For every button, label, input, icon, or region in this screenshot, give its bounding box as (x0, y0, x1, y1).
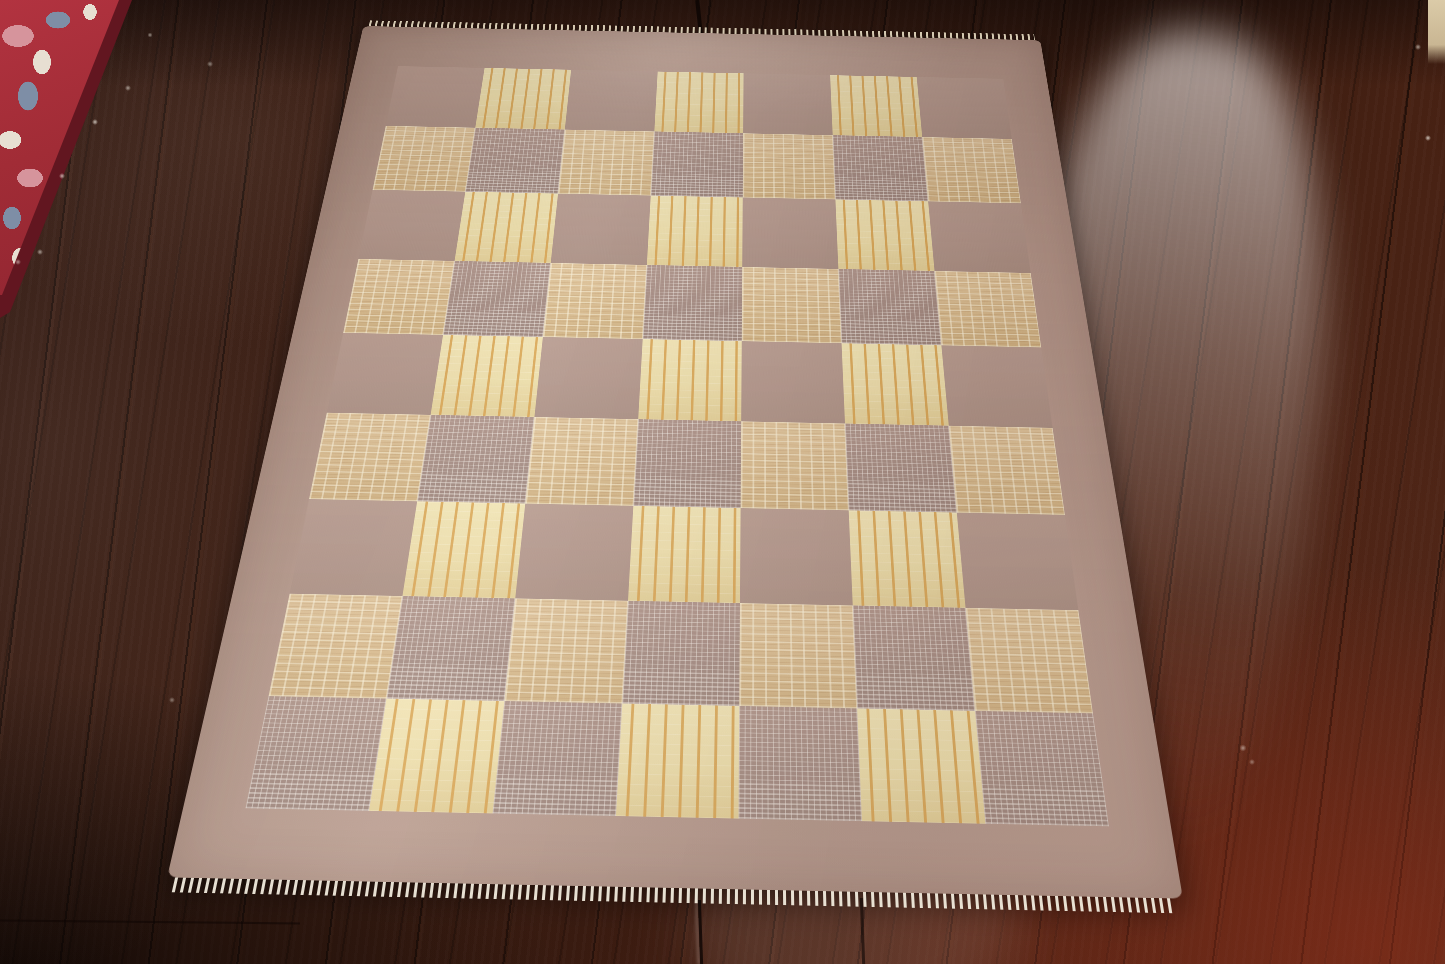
rug-square-r4c7 (935, 271, 1042, 348)
rug-square-r6c7 (949, 426, 1065, 515)
rug-square-r3c1 (358, 190, 465, 261)
rug-square-r7c2 (402, 502, 525, 599)
rug-square-r3c2 (454, 192, 557, 263)
rug-square-r7c6 (849, 511, 966, 608)
rug-square-r5c6 (842, 343, 949, 426)
beige-object-top-right (1428, 0, 1445, 64)
rug-square-r8c6 (853, 605, 975, 711)
rug-square-r6c6 (845, 424, 957, 513)
rug-square-r5c1 (327, 333, 443, 415)
rug-square-r1c7 (917, 77, 1012, 139)
rug-square-r2c3 (558, 130, 654, 196)
rug-square-r6c4 (633, 419, 742, 508)
rug-square-r9c6 (857, 708, 985, 823)
rug-square-r8c4 (622, 600, 740, 705)
rug-square-r6c2 (417, 415, 534, 504)
rug-square-r7c5 (740, 508, 853, 605)
rug-square-r1c5 (743, 73, 832, 135)
rug-square-r4c4 (642, 265, 742, 341)
rug-square-r6c3 (525, 417, 638, 506)
rug-square-r6c5 (741, 421, 849, 510)
rug-square-r7c3 (515, 504, 633, 601)
rug-square-r9c2 (369, 698, 504, 813)
rug-square-r1c4 (654, 72, 744, 134)
rug-square-r8c5 (740, 603, 858, 708)
rug-square-r8c1 (269, 593, 403, 698)
rug-square-r3c5 (743, 198, 839, 269)
rug-square-r3c6 (836, 200, 935, 271)
rug-square-r2c6 (833, 135, 928, 201)
rug-square-r8c7 (966, 608, 1093, 714)
rug-square-r2c4 (650, 132, 743, 198)
rug-square-r4c2 (443, 261, 551, 337)
rug-square-r4c3 (543, 263, 647, 339)
rug-square-r9c5 (739, 706, 862, 821)
rug-square-r4c1 (343, 259, 454, 335)
rug-square-r5c3 (534, 337, 642, 419)
rug-square-r8c3 (504, 598, 628, 703)
rug-square-r2c7 (922, 137, 1021, 203)
rug-square-r4c6 (839, 269, 942, 346)
rug-square-r4c5 (742, 267, 842, 343)
checkerboard-field (246, 66, 1109, 826)
rug-square-r3c4 (647, 196, 743, 267)
rug-square-r3c7 (928, 202, 1030, 273)
rug-square-r9c4 (616, 703, 740, 818)
rug-square-r5c5 (742, 341, 846, 423)
rug-square-r1c1 (386, 66, 485, 128)
rug-square-r8c2 (386, 596, 515, 701)
rug-square-r5c4 (638, 339, 742, 421)
rug-square-r5c2 (430, 335, 542, 417)
rug-square-r7c4 (628, 506, 741, 603)
rug-square-r2c1 (373, 126, 476, 192)
rug-square-r6c1 (309, 413, 430, 502)
rug-square-r9c7 (975, 711, 1109, 827)
rug-square-r5c7 (941, 345, 1052, 428)
rug-square-r2c5 (743, 133, 836, 199)
rug-square-r1c6 (830, 75, 922, 137)
rug-square-r1c2 (475, 68, 571, 130)
rug-square-r2c2 (465, 128, 564, 194)
rug-square-r7c1 (290, 499, 417, 595)
rug-square-r9c3 (492, 701, 622, 816)
photo-scene (0, 0, 1445, 964)
rug-square-r7c7 (957, 513, 1078, 610)
rug-square-r1c3 (565, 70, 658, 132)
rug-square-r9c1 (246, 696, 387, 811)
rug-square-r3c3 (551, 194, 651, 265)
